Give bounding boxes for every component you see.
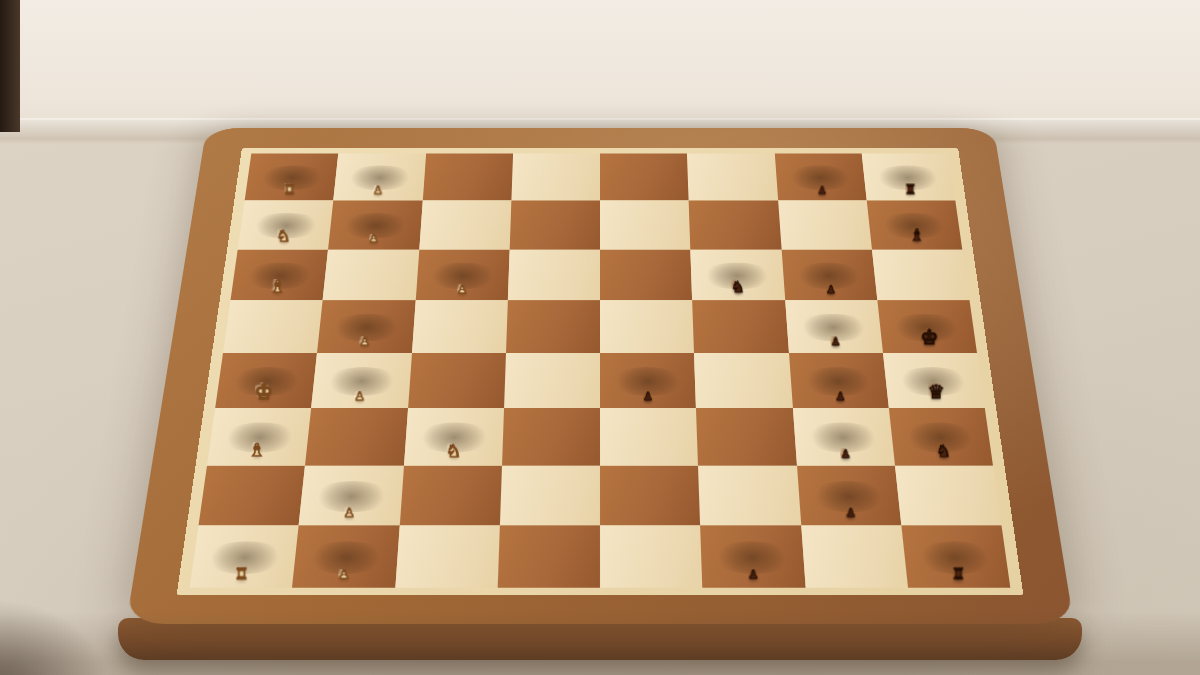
square-c5[interactable] bbox=[600, 249, 692, 300]
square-g1[interactable] bbox=[199, 465, 306, 525]
chess-board: ♜♟♟♜♞♟♝♝♟♞♟♟♟♚♚♟♟♟♛♝♞♟♞♟♟♜♟♟♜ bbox=[126, 128, 1074, 624]
square-g3[interactable] bbox=[399, 465, 501, 525]
piece-white-pawn-d2[interactable]: ♟ bbox=[360, 336, 370, 347]
piece-white-bishop-f1[interactable]: ♝ bbox=[249, 442, 265, 459]
piece-black-knight-f8[interactable]: ♞ bbox=[936, 443, 951, 460]
square-e5[interactable]: ♟ bbox=[600, 353, 696, 408]
square-b4[interactable] bbox=[509, 201, 600, 250]
square-a4[interactable] bbox=[511, 154, 600, 201]
square-b3[interactable] bbox=[419, 201, 511, 250]
square-b8[interactable]: ♝ bbox=[867, 201, 963, 250]
square-h8[interactable]: ♜ bbox=[901, 525, 1010, 587]
square-a7[interactable]: ♟ bbox=[774, 154, 866, 201]
square-c4[interactable] bbox=[508, 249, 600, 300]
square-f6[interactable] bbox=[696, 408, 796, 465]
square-g6[interactable] bbox=[698, 465, 800, 525]
square-a1[interactable]: ♜ bbox=[245, 154, 339, 201]
piece-black-pawn-h6[interactable]: ♟ bbox=[748, 569, 759, 581]
piece-black-knight-c6[interactable]: ♞ bbox=[731, 279, 745, 295]
piece-black-pawn-a7[interactable]: ♟ bbox=[817, 185, 826, 196]
square-e4[interactable] bbox=[504, 353, 600, 408]
square-h3[interactable] bbox=[395, 525, 500, 587]
square-g5[interactable] bbox=[600, 465, 700, 525]
piece-black-pawn-g7[interactable]: ♟ bbox=[845, 507, 856, 519]
square-c8[interactable] bbox=[872, 249, 970, 300]
piece-white-bishop-c1[interactable]: ♝ bbox=[270, 279, 285, 295]
square-d5[interactable] bbox=[600, 300, 694, 353]
scene: ♜♟♟♜♞♟♝♝♟♞♟♟♟♚♚♟♟♟♛♝♞♟♞♟♟♜♟♟♜ bbox=[0, 0, 1200, 675]
piece-white-pawn-a2[interactable]: ♟ bbox=[374, 185, 383, 196]
square-d3[interactable] bbox=[412, 300, 508, 353]
square-h7[interactable] bbox=[801, 525, 908, 587]
piece-white-knight-b1[interactable]: ♞ bbox=[277, 229, 291, 244]
square-f7[interactable]: ♟ bbox=[792, 408, 894, 465]
square-h1[interactable]: ♜ bbox=[190, 525, 299, 587]
square-a3[interactable] bbox=[422, 154, 513, 201]
square-f3[interactable]: ♞ bbox=[404, 408, 504, 465]
square-d8[interactable]: ♚ bbox=[877, 300, 977, 353]
square-a2[interactable]: ♟ bbox=[333, 154, 425, 201]
square-a5[interactable] bbox=[600, 154, 689, 201]
piece-white-pawn-b2[interactable]: ♟ bbox=[369, 234, 379, 245]
square-b5[interactable] bbox=[600, 201, 691, 250]
square-f4[interactable] bbox=[502, 408, 600, 465]
square-e2[interactable]: ♟ bbox=[311, 353, 411, 408]
square-e8[interactable]: ♛ bbox=[883, 353, 985, 408]
square-g4[interactable] bbox=[500, 465, 600, 525]
square-f1[interactable]: ♝ bbox=[207, 408, 311, 465]
square-f8[interactable]: ♞ bbox=[889, 408, 993, 465]
piece-black-pawn-f7[interactable]: ♟ bbox=[840, 448, 850, 460]
piece-white-pawn-h2[interactable]: ♟ bbox=[339, 569, 350, 581]
square-f2[interactable] bbox=[305, 408, 407, 465]
piece-black-pawn-d7[interactable]: ♟ bbox=[830, 336, 840, 347]
square-e7[interactable]: ♟ bbox=[789, 353, 889, 408]
square-d7[interactable]: ♟ bbox=[785, 300, 883, 353]
playing-area: ♜♟♟♜♞♟♝♝♟♞♟♟♟♚♚♟♟♟♛♝♞♟♞♟♟♜♟♟♜ bbox=[190, 154, 1011, 588]
square-e1[interactable]: ♚ bbox=[215, 353, 317, 408]
square-c6[interactable]: ♞ bbox=[691, 249, 785, 300]
square-c2[interactable] bbox=[323, 249, 419, 300]
square-f5[interactable] bbox=[600, 408, 698, 465]
piece-black-king-d8[interactable]: ♚ bbox=[920, 327, 938, 347]
board-margin: ♜♟♟♜♞♟♝♝♟♞♟♟♟♚♚♟♟♟♛♝♞♟♞♟♟♜♟♟♜ bbox=[177, 148, 1024, 595]
piece-white-knight-f3[interactable]: ♞ bbox=[445, 443, 460, 460]
square-b6[interactable] bbox=[689, 201, 781, 250]
piece-black-pawn-e7[interactable]: ♟ bbox=[835, 391, 845, 402]
square-h5[interactable] bbox=[600, 525, 703, 587]
piece-black-rook-a8[interactable]: ♜ bbox=[904, 183, 916, 196]
piece-white-king-e1[interactable]: ♚ bbox=[255, 382, 274, 403]
square-d4[interactable] bbox=[506, 300, 600, 353]
square-b7[interactable] bbox=[778, 201, 872, 250]
piece-black-pawn-e5[interactable]: ♟ bbox=[643, 391, 653, 402]
square-g2[interactable]: ♟ bbox=[299, 465, 404, 525]
piece-white-rook-h1[interactable]: ♜ bbox=[235, 566, 249, 581]
square-c7[interactable]: ♟ bbox=[781, 249, 877, 300]
square-d1[interactable] bbox=[223, 300, 323, 353]
square-g7[interactable]: ♟ bbox=[796, 465, 901, 525]
square-h4[interactable] bbox=[497, 525, 600, 587]
square-g8[interactable] bbox=[895, 465, 1002, 525]
piece-black-queen-e8[interactable]: ♛ bbox=[928, 384, 945, 403]
square-e6[interactable] bbox=[694, 353, 792, 408]
square-d6[interactable] bbox=[692, 300, 788, 353]
piece-black-rook-h8[interactable]: ♜ bbox=[951, 566, 965, 581]
piece-white-pawn-g2[interactable]: ♟ bbox=[344, 507, 355, 519]
piece-black-pawn-c7[interactable]: ♟ bbox=[826, 284, 836, 295]
piece-white-pawn-c3[interactable]: ♟ bbox=[457, 284, 467, 295]
square-b2[interactable]: ♟ bbox=[328, 201, 422, 250]
square-h6[interactable]: ♟ bbox=[700, 525, 805, 587]
square-e3[interactable] bbox=[408, 353, 506, 408]
piece-white-pawn-e2[interactable]: ♟ bbox=[355, 391, 365, 402]
square-d2[interactable]: ♟ bbox=[317, 300, 415, 353]
square-a6[interactable] bbox=[687, 154, 778, 201]
square-h2[interactable]: ♟ bbox=[292, 525, 399, 587]
table-edge-shadow bbox=[0, 612, 1200, 675]
square-b1[interactable]: ♞ bbox=[238, 201, 334, 250]
square-c1[interactable]: ♝ bbox=[231, 249, 329, 300]
table-corner-shadow bbox=[0, 600, 110, 675]
piece-black-bishop-b8[interactable]: ♝ bbox=[909, 228, 923, 244]
square-a8[interactable]: ♜ bbox=[861, 154, 955, 201]
square-c3[interactable]: ♟ bbox=[415, 249, 509, 300]
piece-white-rook-a1[interactable]: ♜ bbox=[284, 183, 296, 196]
